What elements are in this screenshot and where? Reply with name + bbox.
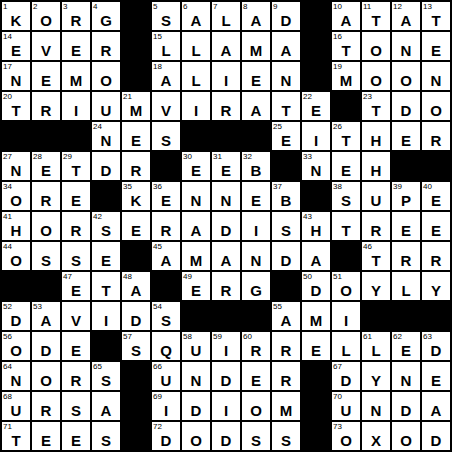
cell-r8c3[interactable]: R bbox=[61, 211, 91, 241]
cell-letter: L bbox=[332, 343, 360, 358]
cell-r15c15[interactable]: D bbox=[421, 421, 451, 451]
cell-r12c12[interactable]: L bbox=[331, 331, 361, 361]
cell-r15c8[interactable]: D bbox=[211, 421, 241, 451]
cell-r3c8[interactable]: I bbox=[211, 61, 241, 91]
cell-letter: N bbox=[392, 43, 420, 58]
cell-r1c2[interactable]: 2O bbox=[31, 1, 61, 31]
cell-r1c8[interactable]: 7L bbox=[211, 1, 241, 31]
cell-letter: S bbox=[92, 373, 120, 388]
cell-r15c14[interactable]: O bbox=[391, 421, 421, 451]
cell-r3c3[interactable]: M bbox=[61, 61, 91, 91]
cell-r2c2[interactable]: V bbox=[31, 31, 61, 61]
clue-number: 42 bbox=[93, 212, 102, 221]
cell-r6c12[interactable]: E bbox=[331, 151, 361, 181]
cell-r13c14[interactable]: N bbox=[391, 361, 421, 391]
cell-r2c3[interactable]: E bbox=[61, 31, 91, 61]
cell-letter: A bbox=[152, 253, 180, 268]
cell-r4c13[interactable]: 23T bbox=[361, 91, 391, 121]
cell-r1c1[interactable]: 1K bbox=[1, 1, 31, 31]
cell-letter: S bbox=[62, 403, 90, 418]
clue-number: 37 bbox=[273, 182, 282, 191]
black-cell-r2c11 bbox=[301, 31, 331, 61]
cell-letter: V bbox=[152, 103, 180, 118]
cell-r2c7[interactable]: L bbox=[181, 31, 211, 61]
cell-letter: O bbox=[32, 13, 60, 28]
cell-r10c12[interactable]: 51O bbox=[331, 271, 361, 301]
cell-letter: O bbox=[332, 433, 360, 448]
cell-r7c7[interactable]: N bbox=[181, 181, 211, 211]
cell-r6c9[interactable]: 32B bbox=[241, 151, 271, 181]
cell-r10c5[interactable]: 48A bbox=[121, 271, 151, 301]
cell-r11c11[interactable]: M bbox=[301, 301, 331, 331]
cell-letter: L bbox=[392, 283, 420, 298]
cell-r12c14[interactable]: 62E bbox=[391, 331, 421, 361]
cell-letter: R bbox=[32, 193, 60, 208]
cell-r4c7[interactable]: I bbox=[181, 91, 211, 121]
cell-r12c11[interactable]: E bbox=[301, 331, 331, 361]
cell-r9c7[interactable]: M bbox=[181, 241, 211, 271]
clue-number: 56 bbox=[3, 332, 12, 341]
cell-r7c5[interactable]: 35K bbox=[121, 181, 151, 211]
cell-letter: E bbox=[62, 433, 90, 448]
cell-r7c15[interactable]: 40E bbox=[421, 181, 451, 211]
cell-letter: I bbox=[92, 313, 120, 328]
cell-r5c10[interactable]: 25E bbox=[271, 121, 301, 151]
cell-r14c14[interactable]: D bbox=[391, 391, 421, 421]
cell-r8c13[interactable]: R bbox=[361, 211, 391, 241]
cell-r6c2[interactable]: 28E bbox=[31, 151, 61, 181]
cell-r11c12[interactable]: I bbox=[331, 301, 361, 331]
cell-letter: R bbox=[62, 373, 90, 388]
cell-r8c11[interactable]: 43H bbox=[301, 211, 331, 241]
cell-letter: D bbox=[302, 283, 330, 298]
cell-letter: O bbox=[2, 253, 30, 268]
cell-r4c3[interactable]: I bbox=[61, 91, 91, 121]
cell-r15c4[interactable]: S bbox=[91, 421, 121, 451]
cell-r14c3[interactable]: S bbox=[61, 391, 91, 421]
cell-r1c14[interactable]: 12A bbox=[391, 1, 421, 31]
cell-r8c5[interactable]: E bbox=[121, 211, 151, 241]
cell-r1c7[interactable]: 6A bbox=[181, 1, 211, 31]
cell-r10c7[interactable]: 49E bbox=[181, 271, 211, 301]
cell-r9c9[interactable]: N bbox=[241, 241, 271, 271]
cell-r12c5[interactable]: 57S bbox=[121, 331, 151, 361]
cell-r14c15[interactable]: A bbox=[421, 391, 451, 421]
cell-r2c14[interactable]: N bbox=[391, 31, 421, 61]
cell-letter: I bbox=[332, 313, 360, 328]
cell-r5c13[interactable]: H bbox=[361, 121, 391, 151]
cell-r12c2[interactable]: D bbox=[31, 331, 61, 361]
black-cell-r11c8 bbox=[211, 301, 241, 331]
cell-r10c15[interactable]: Y bbox=[421, 271, 451, 301]
cell-r8c12[interactable]: T bbox=[331, 211, 361, 241]
cell-r4c4[interactable]: U bbox=[91, 91, 121, 121]
cell-letter: N bbox=[182, 373, 210, 388]
cell-letter: S bbox=[152, 13, 180, 28]
cell-r2c4[interactable]: R bbox=[91, 31, 121, 61]
cell-r12c9[interactable]: 60R bbox=[241, 331, 271, 361]
clue-number: 72 bbox=[153, 422, 162, 431]
clue-number: 23 bbox=[363, 92, 372, 101]
cell-letter: I bbox=[182, 103, 210, 118]
clue-number: 38 bbox=[333, 182, 342, 191]
cell-r2c13[interactable]: O bbox=[361, 31, 391, 61]
clue-number: 57 bbox=[123, 332, 132, 341]
cell-r1c15[interactable]: 13T bbox=[421, 1, 451, 31]
cell-r3c9[interactable]: E bbox=[241, 61, 271, 91]
cell-letter: A bbox=[182, 223, 210, 238]
cell-r15c2[interactable]: E bbox=[31, 421, 61, 451]
cell-r5c4[interactable]: 24N bbox=[91, 121, 121, 151]
clue-number: 54 bbox=[153, 302, 162, 311]
cell-r2c8[interactable]: A bbox=[211, 31, 241, 61]
cell-letter: E bbox=[422, 373, 450, 388]
cell-r4c1[interactable]: 20T bbox=[1, 91, 31, 121]
cell-r9c2[interactable]: S bbox=[31, 241, 61, 271]
cell-letter: B bbox=[242, 163, 270, 178]
clue-number: 5 bbox=[153, 2, 157, 11]
cell-r15c3[interactable]: E bbox=[61, 421, 91, 451]
cell-letter: L bbox=[182, 43, 210, 58]
cell-r13c4[interactable]: 65S bbox=[91, 361, 121, 391]
cell-r13c3[interactable]: R bbox=[61, 361, 91, 391]
cell-r3c10[interactable]: N bbox=[271, 61, 301, 91]
cell-letter: E bbox=[242, 193, 270, 208]
cell-r11c6[interactable]: 54S bbox=[151, 301, 181, 331]
cell-r6c13[interactable]: H bbox=[361, 151, 391, 181]
cell-r13c13[interactable]: Y bbox=[361, 361, 391, 391]
cell-r13c12[interactable]: 67D bbox=[331, 361, 361, 391]
cell-r5c5[interactable]: E bbox=[121, 121, 151, 151]
cell-r7c1[interactable]: 34O bbox=[1, 181, 31, 211]
cell-r8c1[interactable]: 41H bbox=[1, 211, 31, 241]
cell-r7c8[interactable]: N bbox=[211, 181, 241, 211]
cell-r9c15[interactable]: R bbox=[421, 241, 451, 271]
black-cell-r14c5 bbox=[121, 391, 151, 421]
cell-r10c13[interactable]: Y bbox=[361, 271, 391, 301]
cell-r8c10[interactable]: S bbox=[271, 211, 301, 241]
cell-letter: R bbox=[422, 133, 450, 148]
cell-letter: N bbox=[362, 403, 390, 418]
cell-r8c6[interactable]: R bbox=[151, 211, 181, 241]
black-cell-r15c11 bbox=[301, 421, 331, 451]
cell-letter: T bbox=[2, 103, 30, 118]
cell-r10c9[interactable]: G bbox=[241, 271, 271, 301]
cell-letter: O bbox=[2, 193, 30, 208]
black-cell-r5c2 bbox=[31, 121, 61, 151]
cell-r3c6[interactable]: 18A bbox=[151, 61, 181, 91]
cell-r6c11[interactable]: 33N bbox=[301, 151, 331, 181]
cell-r5c6[interactable]: S bbox=[151, 121, 181, 151]
cell-r3c15[interactable]: N bbox=[421, 61, 451, 91]
cell-letter: O bbox=[362, 43, 390, 58]
cell-r8c4[interactable]: 42S bbox=[91, 211, 121, 241]
cell-letter: D bbox=[422, 343, 450, 358]
clue-number: 44 bbox=[3, 242, 12, 251]
cell-r1c9[interactable]: 8A bbox=[241, 1, 271, 31]
cell-r4c6[interactable]: V bbox=[151, 91, 181, 121]
cell-r6c7[interactable]: 30E bbox=[181, 151, 211, 181]
black-cell-r10c1 bbox=[1, 271, 31, 301]
cell-letter: T bbox=[362, 103, 390, 118]
cell-letter: D bbox=[212, 433, 240, 448]
cell-r8c15[interactable]: E bbox=[421, 211, 451, 241]
cell-r5c14[interactable]: E bbox=[391, 121, 421, 151]
cell-letter: I bbox=[212, 403, 240, 418]
cell-r12c1[interactable]: 56O bbox=[1, 331, 31, 361]
cell-r2c10[interactable]: A bbox=[271, 31, 301, 61]
black-cell-r5c1 bbox=[1, 121, 31, 151]
cell-r14c1[interactable]: 68U bbox=[1, 391, 31, 421]
cell-r14c7[interactable]: D bbox=[181, 391, 211, 421]
cell-r11c5[interactable]: D bbox=[121, 301, 151, 331]
cell-letter: D bbox=[32, 343, 60, 358]
cell-r7c2[interactable]: R bbox=[31, 181, 61, 211]
cell-r2c1[interactable]: 14E bbox=[1, 31, 31, 61]
crossword-board: 1K2O3R4G5S6A7L8A9D10A11T12A13T14EVER15LL… bbox=[0, 0, 452, 452]
cell-r4c8[interactable]: R bbox=[211, 91, 241, 121]
cell-r3c12[interactable]: 19M bbox=[331, 61, 361, 91]
cell-r15c9[interactable]: S bbox=[241, 421, 271, 451]
clue-number: 48 bbox=[123, 272, 132, 281]
cell-r11c4[interactable]: I bbox=[91, 301, 121, 331]
cell-letter: E bbox=[422, 193, 450, 208]
cell-r1c10[interactable]: 9D bbox=[271, 1, 301, 31]
cell-letter: E bbox=[422, 43, 450, 58]
cell-r4c11[interactable]: 22E bbox=[301, 91, 331, 121]
cell-r15c10[interactable]: S bbox=[271, 421, 301, 451]
black-cell-r10c2 bbox=[31, 271, 61, 301]
cell-r13c7[interactable]: N bbox=[181, 361, 211, 391]
cell-letter: Y bbox=[362, 373, 390, 388]
black-cell-r15c5 bbox=[121, 421, 151, 451]
cell-r9c10[interactable]: D bbox=[271, 241, 301, 271]
cell-r12c13[interactable]: 61L bbox=[361, 331, 391, 361]
cell-letter: E bbox=[242, 373, 270, 388]
cell-r2c9[interactable]: M bbox=[241, 31, 271, 61]
cell-r7c10[interactable]: 37B bbox=[271, 181, 301, 211]
cell-letter: R bbox=[392, 253, 420, 268]
clue-number: 50 bbox=[303, 272, 312, 281]
cell-r3c2[interactable]: E bbox=[31, 61, 61, 91]
cell-letter: R bbox=[92, 43, 120, 58]
cell-r10c4[interactable]: T bbox=[91, 271, 121, 301]
black-cell-r9c5 bbox=[121, 241, 151, 271]
cell-r3c7[interactable]: L bbox=[181, 61, 211, 91]
cell-letter: M bbox=[242, 43, 270, 58]
cell-r7c14[interactable]: 39P bbox=[391, 181, 421, 211]
cell-r3c14[interactable]: O bbox=[391, 61, 421, 91]
cell-r8c7[interactable]: A bbox=[181, 211, 211, 241]
cell-r10c8[interactable]: R bbox=[211, 271, 241, 301]
cell-r14c4[interactable]: A bbox=[91, 391, 121, 421]
cell-r15c13[interactable]: X bbox=[361, 421, 391, 451]
cell-letter: Y bbox=[362, 283, 390, 298]
cell-letter: E bbox=[122, 133, 150, 148]
cell-letter: N bbox=[302, 163, 330, 178]
cell-r3c4[interactable]: O bbox=[91, 61, 121, 91]
cell-r7c13[interactable]: U bbox=[361, 181, 391, 211]
black-cell-r10c6 bbox=[151, 271, 181, 301]
cell-letter: L bbox=[362, 343, 390, 358]
cell-r1c13[interactable]: 11T bbox=[361, 1, 391, 31]
cell-letter: K bbox=[122, 193, 150, 208]
cell-r11c2[interactable]: 53A bbox=[31, 301, 61, 331]
black-cell-r5c3 bbox=[61, 121, 91, 151]
cell-r14c12[interactable]: 70U bbox=[331, 391, 361, 421]
cell-r14c2[interactable]: R bbox=[31, 391, 61, 421]
clue-number: 12 bbox=[393, 2, 402, 11]
cell-r4c15[interactable]: O bbox=[421, 91, 451, 121]
cell-r6c3[interactable]: 29T bbox=[61, 151, 91, 181]
cell-r6c8[interactable]: 31E bbox=[211, 151, 241, 181]
cell-letter: S bbox=[122, 343, 150, 358]
cell-r15c6[interactable]: 72D bbox=[151, 421, 181, 451]
cell-r9c6[interactable]: 45A bbox=[151, 241, 181, 271]
cell-r14c9[interactable]: O bbox=[241, 391, 271, 421]
cell-letter: E bbox=[32, 73, 60, 88]
cell-letter: N bbox=[182, 193, 210, 208]
cell-r4c9[interactable]: A bbox=[241, 91, 271, 121]
cell-r1c4[interactable]: 4G bbox=[91, 1, 121, 31]
cell-letter: R bbox=[32, 103, 60, 118]
cell-letter: E bbox=[332, 163, 360, 178]
cell-r8c9[interactable]: I bbox=[241, 211, 271, 241]
clue-number: 71 bbox=[3, 422, 12, 431]
cell-letter: L bbox=[152, 43, 180, 58]
cell-r10c3[interactable]: 47E bbox=[61, 271, 91, 301]
clue-number: 25 bbox=[273, 122, 282, 131]
cell-r1c6[interactable]: 5S bbox=[151, 1, 181, 31]
cell-r6c5[interactable]: R bbox=[121, 151, 151, 181]
cell-r9c8[interactable]: A bbox=[211, 241, 241, 271]
cell-r15c7[interactable]: O bbox=[181, 421, 211, 451]
cell-r7c12[interactable]: 38S bbox=[331, 181, 361, 211]
cell-r1c12[interactable]: 10A bbox=[331, 1, 361, 31]
cell-r8c8[interactable]: D bbox=[211, 211, 241, 241]
cell-r13c10[interactable]: R bbox=[271, 361, 301, 391]
cell-r1c3[interactable]: 3R bbox=[61, 1, 91, 31]
cell-r12c6[interactable]: Q bbox=[151, 331, 181, 361]
cell-letter: A bbox=[182, 13, 210, 28]
cell-r4c5[interactable]: 21M bbox=[121, 91, 151, 121]
cell-letter: X bbox=[362, 433, 390, 448]
cell-r14c6[interactable]: 69I bbox=[151, 391, 181, 421]
cell-letter: M bbox=[302, 313, 330, 328]
cell-r13c9[interactable]: E bbox=[241, 361, 271, 391]
cell-r4c10[interactable]: T bbox=[271, 91, 301, 121]
cell-r12c7[interactable]: 58U bbox=[181, 331, 211, 361]
cell-letter: D bbox=[212, 223, 240, 238]
cell-r2c6[interactable]: 15L bbox=[151, 31, 181, 61]
cell-r7c9[interactable]: E bbox=[241, 181, 271, 211]
cell-letter: V bbox=[32, 43, 60, 58]
cell-r7c3[interactable]: E bbox=[61, 181, 91, 211]
clue-number: 4 bbox=[93, 2, 97, 11]
cell-r11c3[interactable]: V bbox=[61, 301, 91, 331]
cell-r5c11[interactable]: I bbox=[301, 121, 331, 151]
cell-r11c1[interactable]: 52D bbox=[1, 301, 31, 331]
cell-r8c2[interactable]: O bbox=[31, 211, 61, 241]
cell-r8c14[interactable]: E bbox=[391, 211, 421, 241]
cell-r13c8[interactable]: D bbox=[211, 361, 241, 391]
cell-r9c3[interactable]: S bbox=[61, 241, 91, 271]
cell-r12c8[interactable]: 59I bbox=[211, 331, 241, 361]
cell-letter: I bbox=[152, 403, 180, 418]
cell-r12c3[interactable]: E bbox=[61, 331, 91, 361]
cell-letter: S bbox=[92, 223, 120, 238]
cell-r9c1[interactable]: 44O bbox=[1, 241, 31, 271]
cell-letter: T bbox=[332, 43, 360, 58]
cell-r9c14[interactable]: R bbox=[391, 241, 421, 271]
cell-letter: A bbox=[242, 13, 270, 28]
cell-r6c4[interactable]: D bbox=[91, 151, 121, 181]
cell-r5c12[interactable]: 26T bbox=[331, 121, 361, 151]
clue-number: 40 bbox=[423, 182, 432, 191]
black-cell-r13c11 bbox=[301, 361, 331, 391]
cell-letter: D bbox=[152, 433, 180, 448]
cell-letter: E bbox=[212, 163, 240, 178]
cell-letter: A bbox=[212, 43, 240, 58]
cell-r13c2[interactable]: O bbox=[31, 361, 61, 391]
cell-r3c13[interactable]: O bbox=[361, 61, 391, 91]
cell-letter: A bbox=[212, 253, 240, 268]
cell-r14c13[interactable]: N bbox=[361, 391, 391, 421]
cell-letter: T bbox=[92, 283, 120, 298]
cell-r15c12[interactable]: 73O bbox=[331, 421, 361, 451]
cell-r10c14[interactable]: L bbox=[391, 271, 421, 301]
cell-r9c11[interactable]: A bbox=[301, 241, 331, 271]
cell-letter: I bbox=[212, 73, 240, 88]
cell-letter: R bbox=[212, 283, 240, 298]
cell-letter: E bbox=[2, 43, 30, 58]
cell-r15c1[interactable]: 71T bbox=[1, 421, 31, 451]
cell-r14c8[interactable]: I bbox=[211, 391, 241, 421]
cell-letter: B bbox=[272, 193, 300, 208]
cell-r7c6[interactable]: 36E bbox=[151, 181, 181, 211]
cell-letter: M bbox=[332, 73, 360, 88]
cell-letter: S bbox=[152, 313, 180, 328]
cell-r11c10[interactable]: 55A bbox=[271, 301, 301, 331]
cell-r5c15[interactable]: R bbox=[421, 121, 451, 151]
cell-letter: I bbox=[242, 223, 270, 238]
cell-r4c2[interactable]: R bbox=[31, 91, 61, 121]
black-cell-r9c12 bbox=[331, 241, 361, 271]
cell-letter: U bbox=[332, 403, 360, 418]
cell-letter: S bbox=[242, 433, 270, 448]
cell-r9c13[interactable]: 46T bbox=[361, 241, 391, 271]
cell-r10c11[interactable]: 50D bbox=[301, 271, 331, 301]
cell-r14c10[interactable]: M bbox=[271, 391, 301, 421]
cell-letter: H bbox=[302, 223, 330, 238]
cell-r12c15[interactable]: 63D bbox=[421, 331, 451, 361]
cell-r4c14[interactable]: D bbox=[391, 91, 421, 121]
cell-letter: N bbox=[92, 133, 120, 148]
cell-r12c10[interactable]: R bbox=[271, 331, 301, 361]
clue-number: 8 bbox=[243, 2, 247, 11]
cell-r6c1[interactable]: 27N bbox=[1, 151, 31, 181]
clue-number: 22 bbox=[303, 92, 312, 101]
cell-r3c1[interactable]: 17N bbox=[1, 61, 31, 91]
cell-r13c1[interactable]: 64N bbox=[1, 361, 31, 391]
cell-r9c4[interactable]: E bbox=[91, 241, 121, 271]
cell-r13c6[interactable]: 66U bbox=[151, 361, 181, 391]
cell-letter: E bbox=[32, 433, 60, 448]
cell-r13c15[interactable]: E bbox=[421, 361, 451, 391]
cell-r2c15[interactable]: E bbox=[421, 31, 451, 61]
cell-r2c12[interactable]: 16T bbox=[331, 31, 361, 61]
black-cell-r2c5 bbox=[121, 31, 151, 61]
